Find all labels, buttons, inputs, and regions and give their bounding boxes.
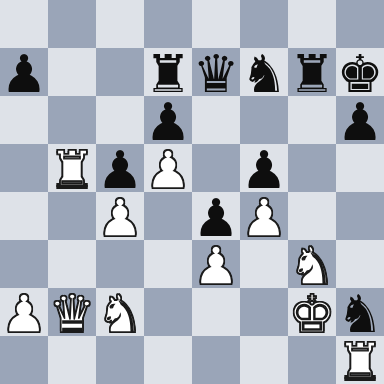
piece-black-pawn[interactable]: ♟ xyxy=(241,146,288,194)
square-g4[interactable] xyxy=(288,192,336,240)
piece-black-knight[interactable]: ♞ xyxy=(241,50,288,98)
square-e3[interactable]: ♟ xyxy=(192,240,240,288)
piece-white-pawn[interactable]: ♟ xyxy=(145,146,192,194)
square-f4[interactable]: ♟ xyxy=(240,192,288,240)
square-h8[interactable] xyxy=(336,0,384,48)
square-b3[interactable] xyxy=(48,240,96,288)
square-a5[interactable] xyxy=(0,144,48,192)
square-b5[interactable]: ♜ xyxy=(48,144,96,192)
square-c5[interactable]: ♟ xyxy=(96,144,144,192)
square-d1[interactable] xyxy=(144,336,192,384)
piece-white-pawn[interactable]: ♟ xyxy=(241,194,288,242)
square-f7[interactable]: ♞ xyxy=(240,48,288,96)
square-f8[interactable] xyxy=(240,0,288,48)
square-c8[interactable] xyxy=(96,0,144,48)
piece-white-king[interactable]: ♚ xyxy=(289,290,336,338)
piece-white-pawn[interactable]: ♟ xyxy=(97,194,144,242)
square-h7[interactable]: ♚ xyxy=(336,48,384,96)
square-g2[interactable]: ♚ xyxy=(288,288,336,336)
square-c7[interactable] xyxy=(96,48,144,96)
square-e1[interactable] xyxy=(192,336,240,384)
square-e8[interactable] xyxy=(192,0,240,48)
piece-black-king[interactable]: ♚ xyxy=(337,50,384,98)
chess-board: ♟♜♛♞♜♚♟♟♜♟♟♟♟♟♟♟♞♟♛♞♚♞♜ xyxy=(0,0,384,384)
piece-white-knight[interactable]: ♞ xyxy=(97,290,144,338)
piece-white-pawn[interactable]: ♟ xyxy=(1,290,48,338)
piece-black-knight[interactable]: ♞ xyxy=(337,290,384,338)
square-a8[interactable] xyxy=(0,0,48,48)
piece-black-pawn[interactable]: ♟ xyxy=(145,98,192,146)
square-c6[interactable] xyxy=(96,96,144,144)
piece-black-pawn[interactable]: ♟ xyxy=(337,98,384,146)
square-a2[interactable]: ♟ xyxy=(0,288,48,336)
square-h4[interactable] xyxy=(336,192,384,240)
piece-white-rook[interactable]: ♜ xyxy=(49,146,96,194)
piece-white-rook[interactable]: ♜ xyxy=(337,338,384,384)
square-d7[interactable]: ♜ xyxy=(144,48,192,96)
piece-white-queen[interactable]: ♛ xyxy=(49,290,96,338)
square-f2[interactable] xyxy=(240,288,288,336)
square-g3[interactable]: ♞ xyxy=(288,240,336,288)
square-a4[interactable] xyxy=(0,192,48,240)
piece-white-knight[interactable]: ♞ xyxy=(289,242,336,290)
square-c2[interactable]: ♞ xyxy=(96,288,144,336)
square-h3[interactable] xyxy=(336,240,384,288)
square-e7[interactable]: ♛ xyxy=(192,48,240,96)
square-h2[interactable]: ♞ xyxy=(336,288,384,336)
square-a7[interactable]: ♟ xyxy=(0,48,48,96)
piece-black-rook[interactable]: ♜ xyxy=(289,50,336,98)
square-b8[interactable] xyxy=(48,0,96,48)
square-d3[interactable] xyxy=(144,240,192,288)
square-g5[interactable] xyxy=(288,144,336,192)
square-d5[interactable]: ♟ xyxy=(144,144,192,192)
square-d8[interactable] xyxy=(144,0,192,48)
piece-black-queen[interactable]: ♛ xyxy=(193,50,240,98)
square-d6[interactable]: ♟ xyxy=(144,96,192,144)
square-b2[interactable]: ♛ xyxy=(48,288,96,336)
square-c4[interactable]: ♟ xyxy=(96,192,144,240)
square-f5[interactable]: ♟ xyxy=(240,144,288,192)
piece-black-pawn[interactable]: ♟ xyxy=(193,194,240,242)
square-f1[interactable] xyxy=(240,336,288,384)
square-e5[interactable] xyxy=(192,144,240,192)
square-b7[interactable] xyxy=(48,48,96,96)
piece-black-pawn[interactable]: ♟ xyxy=(97,146,144,194)
square-a3[interactable] xyxy=(0,240,48,288)
piece-white-pawn[interactable]: ♟ xyxy=(193,242,240,290)
square-g8[interactable] xyxy=(288,0,336,48)
square-d2[interactable] xyxy=(144,288,192,336)
piece-black-pawn[interactable]: ♟ xyxy=(1,50,48,98)
piece-black-rook[interactable]: ♜ xyxy=(145,50,192,98)
square-g7[interactable]: ♜ xyxy=(288,48,336,96)
square-h6[interactable]: ♟ xyxy=(336,96,384,144)
square-b6[interactable] xyxy=(48,96,96,144)
square-e4[interactable]: ♟ xyxy=(192,192,240,240)
square-h1[interactable]: ♜ xyxy=(336,336,384,384)
